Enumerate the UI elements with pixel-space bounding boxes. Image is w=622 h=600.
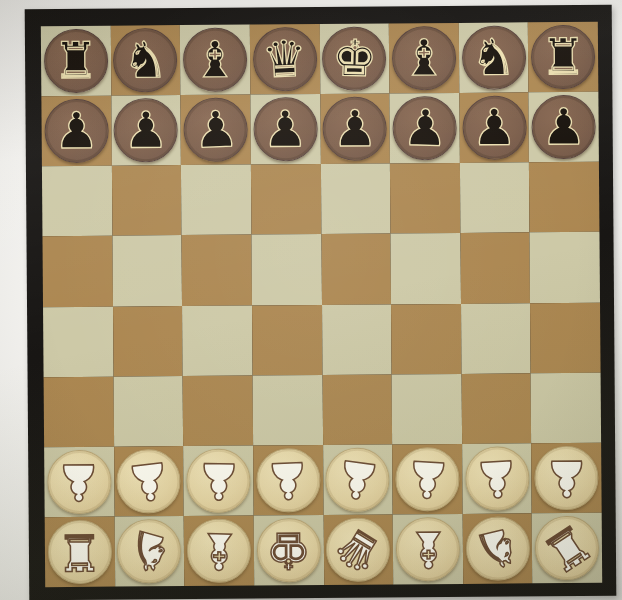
- square-d8[interactable]: ♛: [250, 24, 320, 95]
- square-e5[interactable]: [321, 234, 391, 305]
- square-d3[interactable]: [252, 375, 322, 446]
- square-b8[interactable]: ♞: [110, 25, 180, 96]
- black-king-disc-e8[interactable]: ♚: [322, 27, 387, 92]
- black-pawn-disc-b7[interactable]: ♟: [114, 98, 179, 163]
- white-knight-icon: ♞: [121, 521, 178, 581]
- white-pawn-icon: ♟: [57, 457, 102, 507]
- black-pawn-icon: ♟: [401, 103, 447, 154]
- black-pawn-icon: ♟: [263, 104, 308, 154]
- square-a5[interactable]: [42, 236, 112, 307]
- white-knight-icon: ♞: [470, 519, 525, 578]
- white-bishop-icon: ♝: [196, 525, 242, 576]
- white-rook-disc-h1[interactable]: ♜: [535, 516, 600, 581]
- square-d4[interactable]: [252, 304, 322, 375]
- black-pawn-icon: ♟: [541, 102, 586, 152]
- black-rook-disc-a8[interactable]: ♜: [44, 29, 109, 94]
- square-d6[interactable]: [251, 164, 321, 235]
- white-knight-disc-b1[interactable]: ♞: [117, 519, 182, 584]
- black-queen-disc-d8[interactable]: ♛: [253, 27, 318, 92]
- square-a7[interactable]: ♟: [41, 96, 111, 167]
- white-pawn-icon: ♟: [124, 454, 174, 509]
- black-queen-icon: ♛: [261, 33, 308, 85]
- square-h4[interactable]: [530, 302, 600, 373]
- white-pawn-disc-a2[interactable]: ♟: [47, 449, 112, 514]
- square-g6[interactable]: [460, 163, 530, 234]
- square-f1[interactable]: ♝: [393, 514, 463, 585]
- square-b3[interactable]: [113, 376, 183, 447]
- white-pawn-disc-d2[interactable]: ♟: [256, 448, 321, 513]
- square-g4[interactable]: [461, 303, 531, 374]
- black-pawn-disc-h7[interactable]: ♟: [532, 95, 597, 160]
- white-bishop-icon: ♝: [405, 524, 450, 574]
- square-g8[interactable]: ♞: [459, 22, 529, 93]
- white-pawn-icon: ♟: [265, 454, 312, 506]
- black-knight-disc-g8[interactable]: ♞: [461, 25, 526, 90]
- square-c4[interactable]: [182, 305, 252, 376]
- black-bishop-icon: ♝: [193, 35, 238, 85]
- square-e4[interactable]: [322, 304, 392, 375]
- white-pawn-disc-b2[interactable]: ♟: [117, 449, 182, 514]
- square-h6[interactable]: [529, 162, 599, 233]
- square-e8[interactable]: ♚: [319, 23, 389, 94]
- square-g3[interactable]: [461, 373, 531, 444]
- square-f3[interactable]: [392, 374, 462, 445]
- white-bishop-disc-f1[interactable]: ♝: [396, 517, 461, 582]
- black-pawn-disc-c7[interactable]: ♟: [183, 98, 248, 163]
- white-pawn-icon: ♟: [544, 453, 589, 503]
- black-pawn-icon: ♟: [192, 104, 239, 156]
- square-a8[interactable]: ♜: [41, 26, 111, 97]
- square-e2[interactable]: ♟: [323, 444, 393, 515]
- square-b4[interactable]: [113, 306, 183, 377]
- black-rook-icon: ♜: [541, 32, 586, 82]
- square-d1[interactable]: ♚: [254, 515, 324, 586]
- square-c3[interactable]: [183, 375, 253, 446]
- square-f7[interactable]: ♟: [389, 93, 459, 164]
- white-pawn-disc-e2[interactable]: ♟: [325, 447, 390, 512]
- square-h7[interactable]: ♟: [529, 92, 599, 163]
- square-c8[interactable]: ♝: [180, 25, 250, 96]
- black-bishop-icon: ♝: [401, 33, 446, 83]
- white-bishop-disc-c1[interactable]: ♝: [187, 518, 252, 583]
- square-e7[interactable]: ♟: [320, 94, 390, 165]
- black-pawn-disc-f7[interactable]: ♟: [392, 96, 457, 161]
- black-bishop-disc-f8[interactable]: ♝: [392, 26, 457, 91]
- square-f4[interactable]: [391, 303, 461, 374]
- white-rook-disc-a1[interactable]: ♜: [48, 520, 113, 585]
- black-pawn-icon: ♟: [472, 103, 517, 153]
- square-a2[interactable]: ♟: [44, 446, 114, 517]
- white-pawn-icon: ♟: [196, 455, 241, 505]
- white-pawn-icon: ♟: [332, 452, 383, 507]
- square-h8[interactable]: ♜: [528, 22, 598, 93]
- white-king-disc-d1[interactable]: ♚: [256, 518, 321, 583]
- white-pawn-disc-f2[interactable]: ♟: [395, 447, 460, 512]
- square-d2[interactable]: ♟: [253, 445, 323, 516]
- white-pawn-disc-h2[interactable]: ♟: [534, 446, 599, 511]
- black-pawn-icon: ♟: [123, 105, 168, 155]
- square-f5[interactable]: [391, 233, 461, 304]
- square-g2[interactable]: ♟: [462, 443, 532, 514]
- black-knight-icon: ♞: [471, 33, 516, 83]
- square-a4[interactable]: [43, 306, 113, 377]
- black-pawn-disc-a7[interactable]: ♟: [44, 99, 109, 164]
- white-rook-icon: ♜: [535, 515, 600, 581]
- black-pawn-icon: ♟: [332, 104, 377, 154]
- square-b6[interactable]: [112, 165, 182, 236]
- black-king-icon: ♚: [331, 33, 377, 84]
- square-h1[interactable]: ♜: [532, 513, 602, 584]
- white-pawn-disc-c2[interactable]: ♟: [186, 448, 251, 513]
- square-a3[interactable]: [44, 376, 114, 447]
- square-f8[interactable]: ♝: [389, 23, 459, 94]
- square-b5[interactable]: [112, 235, 182, 306]
- square-b1[interactable]: ♞: [114, 516, 184, 587]
- square-h3[interactable]: [531, 372, 601, 443]
- square-c6[interactable]: [181, 165, 251, 236]
- square-a6[interactable]: [42, 166, 112, 237]
- square-c5[interactable]: [182, 235, 252, 306]
- square-b2[interactable]: ♟: [114, 446, 184, 517]
- black-knight-icon: ♞: [123, 35, 168, 85]
- white-pawn-icon: ♟: [473, 452, 521, 505]
- square-d7[interactable]: ♟: [250, 94, 320, 165]
- black-knight-disc-b8[interactable]: ♞: [113, 28, 178, 93]
- square-g5[interactable]: [460, 233, 530, 304]
- white-pawn-disc-g2[interactable]: ♟: [465, 446, 530, 511]
- white-queen-disc-e1[interactable]: ♛: [326, 517, 391, 582]
- square-c7[interactable]: ♟: [181, 95, 251, 166]
- square-d5[interactable]: [251, 234, 321, 305]
- white-king-icon: ♚: [266, 525, 311, 575]
- square-e1[interactable]: ♛: [323, 514, 393, 585]
- white-rook-icon: ♜: [57, 527, 102, 577]
- black-bishop-disc-c8[interactable]: ♝: [183, 28, 248, 93]
- square-h2[interactable]: ♟: [531, 443, 601, 514]
- white-pawn-icon: ♟: [403, 453, 451, 506]
- black-pawn-disc-g7[interactable]: ♟: [462, 96, 527, 161]
- black-rook-disc-h8[interactable]: ♜: [531, 25, 596, 90]
- square-a1[interactable]: ♜: [45, 517, 115, 588]
- square-f6[interactable]: [390, 163, 460, 234]
- white-queen-icon: ♛: [326, 517, 390, 583]
- chessboard-frame: ♜♞♝♛♚♝♞♜♟♟♟♟♟♟♟♟♟♟♟♟♟♟♟♟♜♞♝♚♛♝♞♜: [25, 5, 617, 600]
- square-c1[interactable]: ♝: [184, 515, 254, 586]
- black-pawn-disc-e7[interactable]: ♟: [323, 97, 388, 162]
- square-f2[interactable]: ♟: [392, 444, 462, 515]
- product-photo-background: ♜♞♝♛♚♝♞♜♟♟♟♟♟♟♟♟♟♟♟♟♟♟♟♟♜♞♝♚♛♝♞♜: [0, 0, 622, 600]
- black-pawn-disc-d7[interactable]: ♟: [253, 97, 318, 162]
- black-pawn-icon: ♟: [54, 106, 99, 156]
- square-g1[interactable]: ♞: [462, 513, 532, 584]
- black-rook-icon: ♜: [53, 36, 98, 86]
- chessboard: ♜♞♝♛♚♝♞♜♟♟♟♟♟♟♟♟♟♟♟♟♟♟♟♟♜♞♝♚♛♝♞♜: [41, 22, 602, 587]
- white-knight-disc-g1[interactable]: ♞: [465, 516, 530, 581]
- square-h5[interactable]: [530, 232, 600, 303]
- square-g7[interactable]: ♟: [459, 92, 529, 163]
- square-b7[interactable]: ♟: [111, 95, 181, 166]
- square-e6[interactable]: [320, 164, 390, 235]
- square-c2[interactable]: ♟: [183, 445, 253, 516]
- square-e3[interactable]: [322, 374, 392, 445]
